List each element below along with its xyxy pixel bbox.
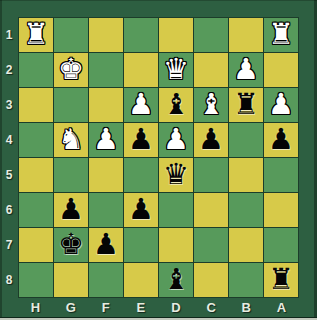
square-d6[interactable]: [159, 193, 194, 228]
square-d5[interactable]: ♛: [159, 158, 194, 193]
square-b6[interactable]: [229, 193, 264, 228]
square-h7[interactable]: [19, 228, 54, 263]
square-e2[interactable]: [124, 53, 159, 88]
square-g2[interactable]: ♚: [54, 53, 89, 88]
square-e3[interactable]: ♟: [124, 88, 159, 123]
white-pawn-icon: ♟: [93, 125, 119, 154]
chess-diagram-frame: 12345678 ♜♜♚♛♟♟♝♝♜♟♞♟♟♟♟♟♛♟♟♚♟♝♜ HGFEDCB…: [0, 0, 317, 320]
rank-label-6: 6: [0, 193, 18, 228]
file-label-g: G: [53, 298, 88, 317]
square-f1[interactable]: [89, 18, 124, 53]
white-knight-icon: ♞: [58, 125, 84, 154]
black-bishop-icon: ♝: [163, 90, 189, 119]
square-f5[interactable]: [89, 158, 124, 193]
black-pawn-icon: ♟: [58, 195, 84, 224]
square-c7[interactable]: [194, 228, 229, 263]
black-pawn-icon: ♟: [268, 125, 294, 154]
white-rook-icon: ♜: [268, 20, 294, 49]
square-h1[interactable]: ♜: [19, 18, 54, 53]
square-e5[interactable]: [124, 158, 159, 193]
square-e7[interactable]: [124, 228, 159, 263]
white-king-icon: ♚: [58, 55, 84, 84]
square-b1[interactable]: [229, 18, 264, 53]
file-label-d: D: [159, 298, 194, 317]
file-label-f: F: [88, 298, 123, 317]
rank-label-4: 4: [0, 122, 18, 157]
square-d8[interactable]: ♝: [159, 263, 194, 298]
square-g5[interactable]: [54, 158, 89, 193]
square-b4[interactable]: [229, 123, 264, 158]
file-label-b: B: [229, 298, 264, 317]
chess-board: ♜♜♚♛♟♟♝♝♜♟♞♟♟♟♟♟♛♟♟♚♟♝♜: [18, 17, 299, 298]
black-pawn-icon: ♟: [128, 125, 154, 154]
black-king-icon: ♚: [58, 230, 84, 259]
black-rook-icon: ♜: [233, 90, 259, 119]
square-a2[interactable]: [264, 53, 299, 88]
square-c1[interactable]: [194, 18, 229, 53]
square-b5[interactable]: [229, 158, 264, 193]
square-a8[interactable]: ♜: [264, 263, 299, 298]
white-bishop-icon: ♝: [198, 90, 224, 119]
square-h5[interactable]: [19, 158, 54, 193]
square-h6[interactable]: [19, 193, 54, 228]
square-e4[interactable]: ♟: [124, 123, 159, 158]
file-label-c: C: [194, 298, 229, 317]
square-e1[interactable]: [124, 18, 159, 53]
file-label-a: A: [264, 298, 299, 317]
square-a4[interactable]: ♟: [264, 123, 299, 158]
black-pawn-icon: ♟: [198, 125, 224, 154]
square-g6[interactable]: ♟: [54, 193, 89, 228]
file-label-h: H: [18, 298, 53, 317]
square-f4[interactable]: ♟: [89, 123, 124, 158]
square-d7[interactable]: [159, 228, 194, 263]
square-c2[interactable]: [194, 53, 229, 88]
rank-label-2: 2: [0, 52, 18, 87]
square-a7[interactable]: [264, 228, 299, 263]
square-g1[interactable]: [54, 18, 89, 53]
square-d4[interactable]: ♟: [159, 123, 194, 158]
white-rook-icon: ♜: [23, 20, 49, 49]
rank-labels: 12345678: [0, 17, 18, 298]
black-pawn-icon: ♟: [128, 195, 154, 224]
square-a6[interactable]: [264, 193, 299, 228]
black-rook-icon: ♜: [268, 265, 294, 294]
square-c6[interactable]: [194, 193, 229, 228]
rank-label-5: 5: [0, 158, 18, 193]
black-pawn-icon: ♟: [93, 230, 119, 259]
square-c4[interactable]: ♟: [194, 123, 229, 158]
rank-label-8: 8: [0, 263, 18, 298]
square-a3[interactable]: ♟: [264, 88, 299, 123]
square-g7[interactable]: ♚: [54, 228, 89, 263]
square-c3[interactable]: ♝: [194, 88, 229, 123]
square-d3[interactable]: ♝: [159, 88, 194, 123]
white-pawn-icon: ♟: [268, 90, 294, 119]
square-d1[interactable]: [159, 18, 194, 53]
square-c8[interactable]: [194, 263, 229, 298]
square-h4[interactable]: [19, 123, 54, 158]
white-pawn-icon: ♟: [233, 55, 259, 84]
square-f3[interactable]: [89, 88, 124, 123]
square-e6[interactable]: ♟: [124, 193, 159, 228]
square-f7[interactable]: ♟: [89, 228, 124, 263]
square-c5[interactable]: [194, 158, 229, 193]
square-b8[interactable]: [229, 263, 264, 298]
rank-label-1: 1: [0, 17, 18, 52]
white-queen-icon: ♛: [163, 55, 189, 84]
square-g3[interactable]: [54, 88, 89, 123]
square-a5[interactable]: [264, 158, 299, 193]
square-d2[interactable]: ♛: [159, 53, 194, 88]
square-f6[interactable]: [89, 193, 124, 228]
square-h8[interactable]: [19, 263, 54, 298]
white-pawn-icon: ♟: [128, 90, 154, 119]
square-b2[interactable]: ♟: [229, 53, 264, 88]
square-b3[interactable]: ♜: [229, 88, 264, 123]
black-queen-icon: ♛: [163, 160, 189, 189]
square-h3[interactable]: [19, 88, 54, 123]
rank-label-3: 3: [0, 87, 18, 122]
square-g4[interactable]: ♞: [54, 123, 89, 158]
square-f8[interactable]: [89, 263, 124, 298]
square-b7[interactable]: [229, 228, 264, 263]
file-label-e: E: [123, 298, 158, 317]
square-g8[interactable]: [54, 263, 89, 298]
square-e8[interactable]: [124, 263, 159, 298]
square-h2[interactable]: [19, 53, 54, 88]
square-a1[interactable]: ♜: [264, 18, 299, 53]
rank-label-7: 7: [0, 228, 18, 263]
file-labels: HGFEDCBA: [18, 298, 299, 317]
square-f2[interactable]: [89, 53, 124, 88]
black-bishop-icon: ♝: [163, 265, 189, 294]
white-pawn-icon: ♟: [163, 125, 189, 154]
